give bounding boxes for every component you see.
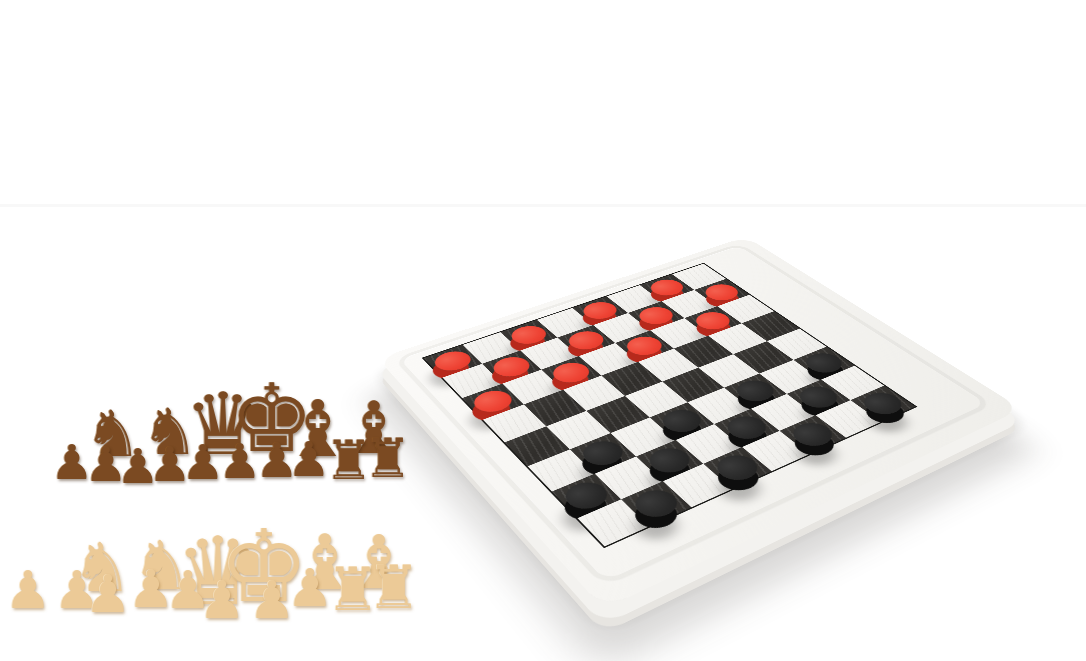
light-pawn-piece: ♟ [5, 566, 52, 615]
light-pawn-piece: ♟ [199, 576, 246, 625]
light-chess-set: ♞♞♛♚♝♝♜♜♟♟♟♟♟♟♟♟ [0, 0, 1086, 661]
light-pawn-piece: ♟ [85, 570, 132, 619]
product-photo-stage: ♞♞♛♚♝♝♜♜♟♟♟♟♟♟♟♟ ♞♞♛♚♝♝♜♜♟♟♟♟♟♟♟♟ [0, 0, 1086, 661]
light-pawn-piece: ♟ [287, 564, 334, 613]
light-rook-piece: ♜ [367, 559, 421, 616]
